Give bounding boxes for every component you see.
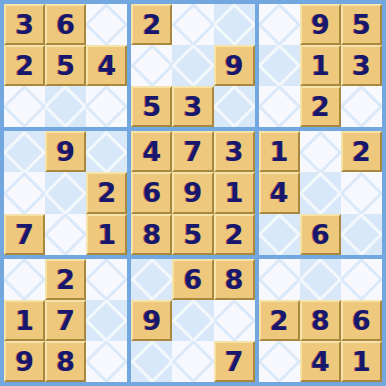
cell-r9c6: 7	[214, 341, 255, 382]
cell-r5c1[interactable]	[4, 172, 45, 213]
cell-value: 6	[56, 11, 75, 38]
cell-value: 7	[184, 138, 203, 165]
cell-r9c3[interactable]	[86, 341, 127, 382]
cell-r6c3: 1	[86, 214, 127, 255]
cell-r9c2: 8	[45, 341, 86, 382]
cell-value: 9	[184, 179, 203, 206]
cell-r7c8[interactable]	[300, 259, 341, 300]
cell-r7c5: 6	[172, 259, 213, 300]
box-2-2: 473691852	[131, 131, 254, 254]
cell-r7c7[interactable]	[259, 259, 300, 300]
cell-r6c5: 5	[172, 214, 213, 255]
cell-value: 3	[184, 93, 203, 120]
cell-value: 1	[270, 138, 289, 165]
cell-r5c8[interactable]	[300, 172, 341, 213]
cell-value: 7	[225, 348, 244, 375]
cell-r4c9: 2	[341, 131, 382, 172]
cell-value: 4	[97, 52, 116, 79]
cell-r2c5[interactable]	[172, 45, 213, 86]
cell-r1c6[interactable]	[214, 4, 255, 45]
cell-r4c2: 9	[45, 131, 86, 172]
cell-r8c4: 9	[131, 300, 172, 341]
cell-r4c1[interactable]	[4, 131, 45, 172]
cell-value: 1	[225, 179, 244, 206]
cell-r8c2: 7	[45, 300, 86, 341]
cell-value: 8	[311, 307, 330, 334]
cell-r7c6: 8	[214, 259, 255, 300]
cell-r6c4: 8	[131, 214, 172, 255]
cell-value: 9	[15, 348, 34, 375]
cell-r3c8: 2	[300, 86, 341, 127]
cell-value: 4	[311, 348, 330, 375]
cell-r2c2: 5	[45, 45, 86, 86]
cell-r3c5: 3	[172, 86, 213, 127]
cell-value: 9	[225, 52, 244, 79]
cell-r6c9[interactable]	[341, 214, 382, 255]
cell-r7c9[interactable]	[341, 259, 382, 300]
cell-r1c7[interactable]	[259, 4, 300, 45]
cell-r5c4: 6	[131, 172, 172, 213]
cell-r6c1: 7	[4, 214, 45, 255]
cell-value: 8	[142, 221, 161, 248]
cell-r9c9: 1	[341, 341, 382, 382]
cell-value: 6	[352, 307, 371, 334]
cell-r1c9: 5	[341, 4, 382, 45]
cell-r4c4: 4	[131, 131, 172, 172]
cell-r8c7: 2	[259, 300, 300, 341]
cell-value: 9	[56, 138, 75, 165]
cell-r9c4[interactable]	[131, 341, 172, 382]
cell-value: 5	[56, 52, 75, 79]
cell-r2c1: 2	[4, 45, 45, 86]
cell-value: 3	[352, 52, 371, 79]
cell-value: 8	[225, 266, 244, 293]
cell-r5c5: 9	[172, 172, 213, 213]
cell-r5c7: 4	[259, 172, 300, 213]
cell-r8c5[interactable]	[172, 300, 213, 341]
cell-value: 9	[311, 11, 330, 38]
cell-value: 6	[142, 179, 161, 206]
cell-value: 2	[97, 179, 116, 206]
cell-r9c8: 4	[300, 341, 341, 382]
cell-value: 2	[352, 138, 371, 165]
box-3-2: 6897	[131, 259, 254, 382]
cell-r8c8: 8	[300, 300, 341, 341]
cell-r1c8: 9	[300, 4, 341, 45]
cell-r7c2: 2	[45, 259, 86, 300]
cell-value: 4	[270, 179, 289, 206]
cell-value: 2	[225, 221, 244, 248]
cell-r6c6: 2	[214, 214, 255, 255]
cell-value: 4	[142, 138, 161, 165]
cell-r3c7[interactable]	[259, 86, 300, 127]
cell-r3c1[interactable]	[4, 86, 45, 127]
box-1-3: 95132	[259, 4, 382, 127]
cell-r2c7[interactable]	[259, 45, 300, 86]
cell-value: 5	[142, 93, 161, 120]
cell-r5c3: 2	[86, 172, 127, 213]
box-3-1: 21798	[4, 259, 127, 382]
cell-r3c4: 5	[131, 86, 172, 127]
cell-value: 6	[311, 221, 330, 248]
cell-r5c9[interactable]	[341, 172, 382, 213]
cell-r4c5: 7	[172, 131, 213, 172]
cell-r5c6: 1	[214, 172, 255, 213]
cell-value: 1	[352, 348, 371, 375]
cell-r9c7[interactable]	[259, 341, 300, 382]
cell-r6c7[interactable]	[259, 214, 300, 255]
cell-value: 5	[352, 11, 371, 38]
cell-r7c4[interactable]	[131, 259, 172, 300]
cell-r6c2[interactable]	[45, 214, 86, 255]
cell-r2c9: 3	[341, 45, 382, 86]
cell-r1c3[interactable]	[86, 4, 127, 45]
cell-r3c6[interactable]	[214, 86, 255, 127]
cell-r2c4[interactable]	[131, 45, 172, 86]
cell-value: 2	[311, 93, 330, 120]
cell-r1c4: 2	[131, 4, 172, 45]
cell-value: 1	[15, 307, 34, 334]
sudoku-board: 3625429539513292714736918521246217986897…	[0, 0, 386, 386]
cell-r3c2[interactable]	[45, 86, 86, 127]
cell-r8c6[interactable]	[214, 300, 255, 341]
box-3-3: 28641	[259, 259, 382, 382]
cell-r4c6: 3	[214, 131, 255, 172]
cell-r8c3[interactable]	[86, 300, 127, 341]
cell-r1c5[interactable]	[172, 4, 213, 45]
cell-r8c1: 1	[4, 300, 45, 341]
cell-r4c7: 1	[259, 131, 300, 172]
cell-r2c3: 4	[86, 45, 127, 86]
cell-value: 1	[311, 52, 330, 79]
cell-r1c1: 3	[4, 4, 45, 45]
cell-value: 3	[225, 138, 244, 165]
cell-r4c3[interactable]	[86, 131, 127, 172]
cell-value: 2	[270, 307, 289, 334]
box-1-1: 36254	[4, 4, 127, 127]
cell-r4c8[interactable]	[300, 131, 341, 172]
cell-r3c9[interactable]	[341, 86, 382, 127]
cell-value: 3	[15, 11, 34, 38]
cell-r5c2[interactable]	[45, 172, 86, 213]
box-2-3: 1246	[259, 131, 382, 254]
cell-value: 6	[184, 266, 203, 293]
cell-value: 8	[56, 348, 75, 375]
cell-r6c8: 6	[300, 214, 341, 255]
cell-value: 7	[15, 221, 34, 248]
cell-r7c3[interactable]	[86, 259, 127, 300]
cell-value: 2	[15, 52, 34, 79]
cell-value: 1	[97, 221, 116, 248]
cell-value: 7	[56, 307, 75, 334]
cell-r2c8: 1	[300, 45, 341, 86]
box-1-2: 2953	[131, 4, 254, 127]
cell-r2c6: 9	[214, 45, 255, 86]
cell-r9c5[interactable]	[172, 341, 213, 382]
cell-value: 9	[142, 307, 161, 334]
cell-value: 2	[56, 266, 75, 293]
cell-r9c1: 9	[4, 341, 45, 382]
cell-value: 5	[184, 221, 203, 248]
cell-value: 2	[142, 11, 161, 38]
cell-r8c9: 6	[341, 300, 382, 341]
box-2-1: 9271	[4, 131, 127, 254]
cell-r3c3[interactable]	[86, 86, 127, 127]
cell-r1c2: 6	[45, 4, 86, 45]
cell-r7c1[interactable]	[4, 259, 45, 300]
